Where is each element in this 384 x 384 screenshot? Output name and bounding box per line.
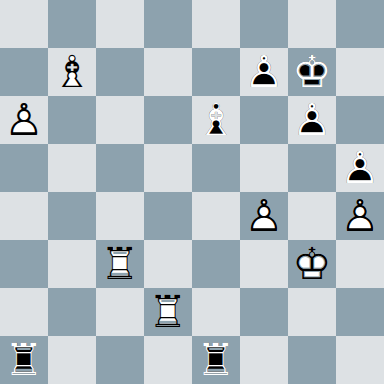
square-b6[interactable] bbox=[48, 96, 96, 144]
square-d6[interactable] bbox=[144, 96, 192, 144]
white-rook-d2[interactable]: ♜♖ bbox=[144, 288, 192, 336]
black-king-g7[interactable]: ♚♔ bbox=[288, 48, 336, 96]
black-pawn-g6[interactable]: ♟♙ bbox=[288, 96, 336, 144]
square-f5[interactable] bbox=[240, 144, 288, 192]
black-pawn-f7[interactable]: ♟♙ bbox=[240, 48, 288, 96]
square-a3[interactable] bbox=[0, 240, 48, 288]
square-e1[interactable]: ♜♖ bbox=[192, 336, 240, 384]
square-d4[interactable] bbox=[144, 192, 192, 240]
square-g7[interactable]: ♚♔ bbox=[288, 48, 336, 96]
white-pawn-f4[interactable]: ♟♙ bbox=[240, 192, 288, 240]
square-f1[interactable] bbox=[240, 336, 288, 384]
square-b8[interactable] bbox=[48, 0, 96, 48]
rook-glyph-outline: ♖ bbox=[192, 336, 240, 384]
black-rook-e1[interactable]: ♜♖ bbox=[192, 336, 240, 384]
square-g1[interactable] bbox=[288, 336, 336, 384]
square-b5[interactable] bbox=[48, 144, 96, 192]
square-b1[interactable] bbox=[48, 336, 96, 384]
square-a6[interactable]: ♟♙ bbox=[0, 96, 48, 144]
square-c5[interactable] bbox=[96, 144, 144, 192]
square-h7[interactable] bbox=[336, 48, 384, 96]
square-c8[interactable] bbox=[96, 0, 144, 48]
square-d3[interactable] bbox=[144, 240, 192, 288]
rook-glyph-outline: ♖ bbox=[0, 336, 48, 384]
square-c7[interactable] bbox=[96, 48, 144, 96]
black-pawn-h5[interactable]: ♟♙ bbox=[336, 144, 384, 192]
rook-glyph-outline: ♖ bbox=[144, 288, 192, 336]
square-d7[interactable] bbox=[144, 48, 192, 96]
square-d5[interactable] bbox=[144, 144, 192, 192]
bishop-glyph-outline: ♗ bbox=[192, 96, 240, 144]
white-king-g3[interactable]: ♚♔ bbox=[288, 240, 336, 288]
square-c3[interactable]: ♜♖ bbox=[96, 240, 144, 288]
square-g4[interactable] bbox=[288, 192, 336, 240]
square-b4[interactable] bbox=[48, 192, 96, 240]
square-f2[interactable] bbox=[240, 288, 288, 336]
square-a5[interactable] bbox=[0, 144, 48, 192]
square-b2[interactable] bbox=[48, 288, 96, 336]
square-e6[interactable]: ♝♗ bbox=[192, 96, 240, 144]
square-h8[interactable] bbox=[336, 0, 384, 48]
square-a7[interactable] bbox=[0, 48, 48, 96]
square-g6[interactable]: ♟♙ bbox=[288, 96, 336, 144]
square-d2[interactable]: ♜♖ bbox=[144, 288, 192, 336]
square-f3[interactable] bbox=[240, 240, 288, 288]
white-bishop-b7[interactable]: ♝♗ bbox=[48, 48, 96, 96]
square-a8[interactable] bbox=[0, 0, 48, 48]
square-f4[interactable]: ♟♙ bbox=[240, 192, 288, 240]
king-glyph-outline: ♔ bbox=[288, 240, 336, 288]
pawn-glyph-outline: ♙ bbox=[240, 192, 288, 240]
white-rook-c3[interactable]: ♜♖ bbox=[96, 240, 144, 288]
pawn-glyph-outline: ♙ bbox=[336, 144, 384, 192]
square-a1[interactable]: ♜♖ bbox=[0, 336, 48, 384]
square-h6[interactable] bbox=[336, 96, 384, 144]
bishop-glyph-outline: ♗ bbox=[48, 48, 96, 96]
square-g5[interactable] bbox=[288, 144, 336, 192]
square-d1[interactable] bbox=[144, 336, 192, 384]
pawn-glyph-outline: ♙ bbox=[240, 48, 288, 96]
chess-board: ♝♗♟♙♚♔♟♙♝♗♟♙♟♙♟♙♟♙♜♖♚♔♜♖♜♖♜♖ bbox=[0, 0, 384, 384]
square-c2[interactable] bbox=[96, 288, 144, 336]
square-e8[interactable] bbox=[192, 0, 240, 48]
square-c4[interactable] bbox=[96, 192, 144, 240]
pawn-glyph-outline: ♙ bbox=[288, 96, 336, 144]
square-h3[interactable] bbox=[336, 240, 384, 288]
square-g8[interactable] bbox=[288, 0, 336, 48]
square-e2[interactable] bbox=[192, 288, 240, 336]
square-e7[interactable] bbox=[192, 48, 240, 96]
pawn-glyph-outline: ♙ bbox=[336, 192, 384, 240]
square-d8[interactable] bbox=[144, 0, 192, 48]
square-f7[interactable]: ♟♙ bbox=[240, 48, 288, 96]
black-rook-a1[interactable]: ♜♖ bbox=[0, 336, 48, 384]
rook-glyph-outline: ♖ bbox=[96, 240, 144, 288]
black-bishop-e6[interactable]: ♝♗ bbox=[192, 96, 240, 144]
pawn-glyph-outline: ♙ bbox=[0, 96, 48, 144]
white-pawn-a6[interactable]: ♟♙ bbox=[0, 96, 48, 144]
square-e4[interactable] bbox=[192, 192, 240, 240]
square-e5[interactable] bbox=[192, 144, 240, 192]
square-a2[interactable] bbox=[0, 288, 48, 336]
square-g3[interactable]: ♚♔ bbox=[288, 240, 336, 288]
square-h5[interactable]: ♟♙ bbox=[336, 144, 384, 192]
square-h2[interactable] bbox=[336, 288, 384, 336]
square-a4[interactable] bbox=[0, 192, 48, 240]
square-b7[interactable]: ♝♗ bbox=[48, 48, 96, 96]
square-c1[interactable] bbox=[96, 336, 144, 384]
square-f6[interactable] bbox=[240, 96, 288, 144]
square-b3[interactable] bbox=[48, 240, 96, 288]
square-g2[interactable] bbox=[288, 288, 336, 336]
white-pawn-h4[interactable]: ♟♙ bbox=[336, 192, 384, 240]
king-glyph-outline: ♔ bbox=[288, 48, 336, 96]
square-e3[interactable] bbox=[192, 240, 240, 288]
square-h4[interactable]: ♟♙ bbox=[336, 192, 384, 240]
square-c6[interactable] bbox=[96, 96, 144, 144]
square-h1[interactable] bbox=[336, 336, 384, 384]
square-f8[interactable] bbox=[240, 0, 288, 48]
